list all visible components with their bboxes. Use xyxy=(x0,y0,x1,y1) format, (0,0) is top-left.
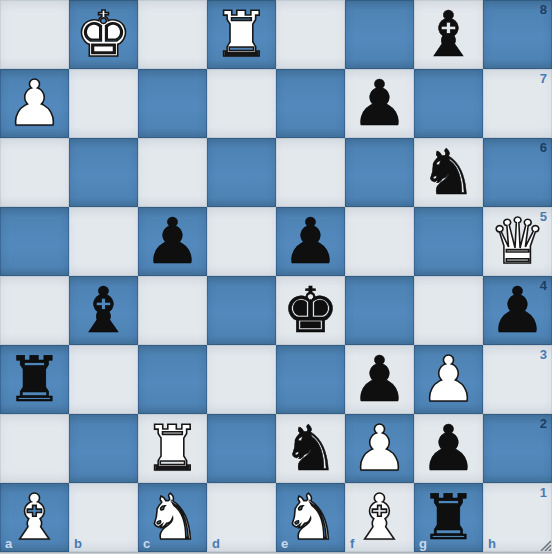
square-d7[interactable] xyxy=(207,69,276,138)
square-f6[interactable] xyxy=(345,138,414,207)
square-g7[interactable] xyxy=(414,69,483,138)
square-b6[interactable] xyxy=(69,138,138,207)
rank-label-1: 1 xyxy=(540,485,547,500)
piece-black-pawn[interactable]: ♟ xyxy=(345,345,414,414)
square-h2[interactable]: 2 xyxy=(483,414,552,483)
piece-white-rook[interactable]: ♜ xyxy=(207,0,276,69)
piece-black-pawn[interactable]: ♟ xyxy=(345,69,414,138)
rank-label-6: 6 xyxy=(540,140,547,155)
square-b8[interactable]: ♚ xyxy=(69,0,138,69)
square-e4[interactable]: ♚ xyxy=(276,276,345,345)
square-a7[interactable]: ♟ xyxy=(0,69,69,138)
piece-black-pawn[interactable]: ♟ xyxy=(138,207,207,276)
square-c3[interactable] xyxy=(138,345,207,414)
square-a3[interactable]: ♜ xyxy=(0,345,69,414)
piece-black-king[interactable]: ♚ xyxy=(276,276,345,345)
square-g3[interactable]: ♟ xyxy=(414,345,483,414)
square-c1[interactable]: c♞ xyxy=(138,483,207,552)
piece-white-pawn[interactable]: ♟ xyxy=(414,345,483,414)
square-b2[interactable] xyxy=(69,414,138,483)
piece-white-queen[interactable]: ♛ xyxy=(483,207,552,276)
piece-black-bishop[interactable]: ♝ xyxy=(69,276,138,345)
square-g6[interactable]: ♞ xyxy=(414,138,483,207)
square-a1[interactable]: a♝ xyxy=(0,483,69,552)
square-h3[interactable]: 3 xyxy=(483,345,552,414)
square-d3[interactable] xyxy=(207,345,276,414)
square-f8[interactable] xyxy=(345,0,414,69)
square-c8[interactable] xyxy=(138,0,207,69)
square-a4[interactable] xyxy=(0,276,69,345)
square-f2[interactable]: ♟ xyxy=(345,414,414,483)
square-e8[interactable] xyxy=(276,0,345,69)
file-label-h: h xyxy=(488,536,496,551)
square-f5[interactable] xyxy=(345,207,414,276)
piece-black-pawn[interactable]: ♟ xyxy=(483,276,552,345)
piece-black-knight[interactable]: ♞ xyxy=(414,138,483,207)
square-g5[interactable] xyxy=(414,207,483,276)
piece-white-bishop[interactable]: ♝ xyxy=(345,483,414,552)
square-h5[interactable]: 5♛ xyxy=(483,207,552,276)
square-c2[interactable]: ♜ xyxy=(138,414,207,483)
file-label-d: d xyxy=(212,536,220,551)
file-label-b: b xyxy=(74,536,82,551)
piece-black-pawn[interactable]: ♟ xyxy=(414,414,483,483)
square-h4[interactable]: 4♟ xyxy=(483,276,552,345)
chess-board: ♚♜♝8♟♟7♞6♟♟5♛♝♚4♟♜♟♟3♜♞♟♟2a♝bc♞de♞f♝g♜1h xyxy=(0,0,552,552)
square-g1[interactable]: g♜ xyxy=(414,483,483,552)
square-c6[interactable] xyxy=(138,138,207,207)
square-c7[interactable] xyxy=(138,69,207,138)
square-g2[interactable]: ♟ xyxy=(414,414,483,483)
rank-label-3: 3 xyxy=(540,347,547,362)
piece-white-king[interactable]: ♚ xyxy=(69,0,138,69)
square-b1[interactable]: b xyxy=(69,483,138,552)
square-h7[interactable]: 7 xyxy=(483,69,552,138)
piece-black-pawn[interactable]: ♟ xyxy=(276,207,345,276)
square-b3[interactable] xyxy=(69,345,138,414)
square-h8[interactable]: 8 xyxy=(483,0,552,69)
rank-label-2: 2 xyxy=(540,416,547,431)
square-e7[interactable] xyxy=(276,69,345,138)
square-d8[interactable]: ♜ xyxy=(207,0,276,69)
square-c5[interactable]: ♟ xyxy=(138,207,207,276)
piece-white-knight[interactable]: ♞ xyxy=(276,483,345,552)
square-e3[interactable] xyxy=(276,345,345,414)
piece-white-rook[interactable]: ♜ xyxy=(138,414,207,483)
square-d5[interactable] xyxy=(207,207,276,276)
square-a6[interactable] xyxy=(0,138,69,207)
square-e2[interactable]: ♞ xyxy=(276,414,345,483)
square-b7[interactable] xyxy=(69,69,138,138)
square-e1[interactable]: e♞ xyxy=(276,483,345,552)
piece-white-pawn[interactable]: ♟ xyxy=(0,69,69,138)
square-d6[interactable] xyxy=(207,138,276,207)
piece-white-bishop[interactable]: ♝ xyxy=(0,483,69,552)
rank-label-8: 8 xyxy=(540,2,547,17)
piece-black-bishop[interactable]: ♝ xyxy=(414,0,483,69)
square-f3[interactable]: ♟ xyxy=(345,345,414,414)
square-a5[interactable] xyxy=(0,207,69,276)
square-d2[interactable] xyxy=(207,414,276,483)
square-d4[interactable] xyxy=(207,276,276,345)
rank-label-7: 7 xyxy=(540,71,547,86)
square-d1[interactable]: d xyxy=(207,483,276,552)
square-e6[interactable] xyxy=(276,138,345,207)
square-g4[interactable] xyxy=(414,276,483,345)
piece-black-rook[interactable]: ♜ xyxy=(0,345,69,414)
piece-white-knight[interactable]: ♞ xyxy=(138,483,207,552)
square-f4[interactable] xyxy=(345,276,414,345)
chess-board-container: ♚♜♝8♟♟7♞6♟♟5♛♝♚4♟♜♟♟3♜♞♟♟2a♝bc♞de♞f♝g♜1h xyxy=(0,0,552,552)
square-h6[interactable]: 6 xyxy=(483,138,552,207)
piece-white-pawn[interactable]: ♟ xyxy=(345,414,414,483)
piece-black-rook[interactable]: ♜ xyxy=(414,483,483,552)
square-b5[interactable] xyxy=(69,207,138,276)
square-f7[interactable]: ♟ xyxy=(345,69,414,138)
square-g8[interactable]: ♝ xyxy=(414,0,483,69)
square-a2[interactable] xyxy=(0,414,69,483)
square-c4[interactable] xyxy=(138,276,207,345)
resize-grip-icon[interactable] xyxy=(537,537,551,551)
piece-black-knight[interactable]: ♞ xyxy=(276,414,345,483)
square-f1[interactable]: f♝ xyxy=(345,483,414,552)
square-a8[interactable] xyxy=(0,0,69,69)
square-b4[interactable]: ♝ xyxy=(69,276,138,345)
square-e5[interactable]: ♟ xyxy=(276,207,345,276)
